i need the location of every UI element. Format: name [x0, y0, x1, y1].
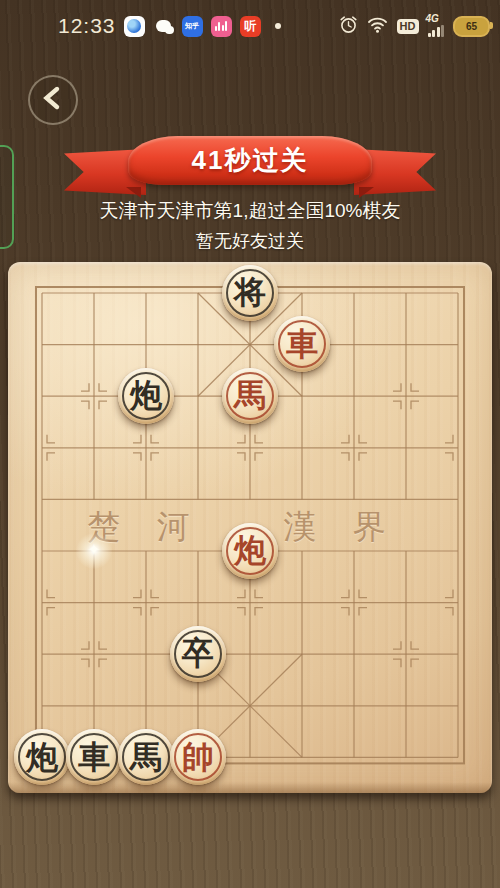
- music-app-icon: [211, 16, 232, 37]
- piece-black-将[interactable]: 将: [222, 265, 278, 321]
- wechat-app-icon: [153, 16, 174, 37]
- signal-4g-icon: 4G: [428, 16, 445, 37]
- piece-black-馬[interactable]: 馬: [118, 729, 174, 785]
- battery-level: 65: [466, 21, 477, 32]
- status-bar: 12:33 知乎 听 HD 4G 65: [0, 8, 500, 44]
- sparkle-highlight: [76, 533, 112, 569]
- rank-text: 天津市天津市第1,超过全国10%棋友: [0, 198, 500, 224]
- zhihu-app-icon: 知乎: [182, 16, 203, 37]
- piece-black-炮[interactable]: 炮: [118, 368, 174, 424]
- friends-text: 暂无好友过关: [0, 229, 500, 253]
- clock-time: 12:33: [58, 14, 116, 38]
- xiangqi-board[interactable]: 楚 河 漢 界 将車炮馬炮卒炮車馬帥: [8, 262, 492, 793]
- pass-time-text: 41秒过关: [192, 143, 309, 178]
- piece-black-車[interactable]: 車: [66, 729, 122, 785]
- notification-dot-icon: [275, 23, 281, 29]
- piece-black-炮[interactable]: 炮: [14, 729, 70, 785]
- pieces-layer: 将車炮馬炮卒炮車馬帥: [16, 267, 484, 783]
- ribbon-banner: 41秒过关: [60, 131, 440, 201]
- piece-black-卒[interactable]: 卒: [170, 626, 226, 682]
- piece-red-帥[interactable]: 帥: [170, 729, 226, 785]
- wifi-icon: [367, 16, 388, 37]
- back-arrow-icon: [38, 83, 68, 117]
- ribbon-band: 41秒过关: [128, 136, 372, 185]
- piece-red-炮[interactable]: 炮: [222, 523, 278, 579]
- piece-red-馬[interactable]: 馬: [222, 368, 278, 424]
- app-screen: 12:33 知乎 听 HD 4G 65: [0, 0, 500, 888]
- hd-badge: HD: [397, 19, 419, 34]
- alarm-icon: [339, 15, 358, 38]
- listen-app-icon: 听: [240, 16, 261, 37]
- battery-icon: 65: [453, 16, 490, 37]
- browser-app-icon: [124, 16, 145, 37]
- piece-red-車[interactable]: 車: [274, 316, 330, 372]
- status-right-group: HD 4G 65: [339, 15, 490, 38]
- back-button[interactable]: [28, 75, 78, 125]
- status-left-group: 12:33 知乎 听: [58, 14, 281, 38]
